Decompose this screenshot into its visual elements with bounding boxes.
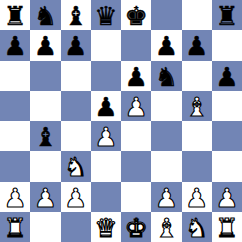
square-b4[interactable]: ♝ xyxy=(30,121,60,151)
square-f8[interactable] xyxy=(151,0,181,30)
square-d7[interactable] xyxy=(91,30,121,60)
square-b1[interactable] xyxy=(30,212,60,242)
white-pawn-d4: ♟ xyxy=(94,122,117,152)
white-pawn-h2: ♟ xyxy=(215,182,238,212)
white-rook-a1: ♜ xyxy=(3,212,26,242)
square-h4[interactable] xyxy=(212,121,242,151)
square-e3[interactable] xyxy=(121,151,151,181)
square-g7[interactable]: ♟ xyxy=(182,30,212,60)
square-f7[interactable]: ♟ xyxy=(151,30,181,60)
black-pawn-h6: ♟ xyxy=(215,61,238,91)
square-f1[interactable]: ♝ xyxy=(151,212,181,242)
square-c4[interactable] xyxy=(61,121,91,151)
white-pawn-b2: ♟ xyxy=(34,182,57,212)
black-bishop-c8: ♝ xyxy=(64,1,87,31)
square-d2[interactable] xyxy=(91,182,121,212)
square-b8[interactable]: ♞ xyxy=(30,0,60,30)
black-pawn-f7: ♟ xyxy=(155,31,178,61)
square-h5[interactable] xyxy=(212,91,242,121)
square-c2[interactable]: ♟ xyxy=(61,182,91,212)
square-f4[interactable] xyxy=(151,121,181,151)
chess-board: ♜♞♝♛♚♜♟♟♟♟♟♟♞♟♟♟♝♝♟♞♟♟♟♟♟♟♜♛♚♝♞♜ xyxy=(0,0,242,242)
square-f3[interactable] xyxy=(151,151,181,181)
black-pawn-c7: ♟ xyxy=(64,31,87,61)
square-h6[interactable]: ♟ xyxy=(212,61,242,91)
square-d3[interactable] xyxy=(91,151,121,181)
square-g1[interactable]: ♞ xyxy=(182,212,212,242)
square-a6[interactable] xyxy=(0,61,30,91)
white-bishop-g5: ♝ xyxy=(185,91,208,121)
black-bishop-b4: ♝ xyxy=(34,122,57,152)
square-a2[interactable]: ♟ xyxy=(0,182,30,212)
black-pawn-d5: ♟ xyxy=(94,91,117,121)
square-c6[interactable] xyxy=(61,61,91,91)
square-e2[interactable] xyxy=(121,182,151,212)
white-queen-d1: ♛ xyxy=(94,212,117,242)
black-knight-b8: ♞ xyxy=(34,1,57,31)
square-e8[interactable]: ♚ xyxy=(121,0,151,30)
white-pawn-a2: ♟ xyxy=(3,182,26,212)
black-knight-f6: ♞ xyxy=(155,61,178,91)
square-g8[interactable] xyxy=(182,0,212,30)
white-knight-c3: ♞ xyxy=(64,152,87,182)
square-f6[interactable]: ♞ xyxy=(151,61,181,91)
white-rook-h1: ♜ xyxy=(215,212,238,242)
white-king-e1: ♚ xyxy=(124,212,147,242)
white-pawn-f2: ♟ xyxy=(155,182,178,212)
square-e5[interactable]: ♟ xyxy=(121,91,151,121)
square-c7[interactable]: ♟ xyxy=(61,30,91,60)
black-queen-d8: ♛ xyxy=(94,1,117,31)
black-pawn-g7: ♟ xyxy=(185,31,208,61)
square-e7[interactable] xyxy=(121,30,151,60)
black-rook-h8: ♜ xyxy=(215,1,238,31)
white-knight-g1: ♞ xyxy=(185,212,208,242)
square-a5[interactable] xyxy=(0,91,30,121)
white-pawn-e5: ♟ xyxy=(124,91,147,121)
square-h8[interactable]: ♜ xyxy=(212,0,242,30)
black-king-e8: ♚ xyxy=(124,1,147,31)
square-b5[interactable] xyxy=(30,91,60,121)
square-e4[interactable] xyxy=(121,121,151,151)
square-f5[interactable] xyxy=(151,91,181,121)
black-pawn-e6: ♟ xyxy=(124,61,147,91)
square-g6[interactable] xyxy=(182,61,212,91)
square-h7[interactable] xyxy=(212,30,242,60)
square-d8[interactable]: ♛ xyxy=(91,0,121,30)
black-rook-a8: ♜ xyxy=(3,1,26,31)
square-d6[interactable] xyxy=(91,61,121,91)
square-b6[interactable] xyxy=(30,61,60,91)
square-e1[interactable]: ♚ xyxy=(121,212,151,242)
square-b3[interactable] xyxy=(30,151,60,181)
square-c1[interactable] xyxy=(61,212,91,242)
square-d1[interactable]: ♛ xyxy=(91,212,121,242)
square-g4[interactable] xyxy=(182,121,212,151)
square-d5[interactable]: ♟ xyxy=(91,91,121,121)
square-h3[interactable] xyxy=(212,151,242,181)
square-a4[interactable] xyxy=(0,121,30,151)
square-g2[interactable]: ♟ xyxy=(182,182,212,212)
square-d4[interactable]: ♟ xyxy=(91,121,121,151)
square-c8[interactable]: ♝ xyxy=(61,0,91,30)
square-f2[interactable]: ♟ xyxy=(151,182,181,212)
square-e6[interactable]: ♟ xyxy=(121,61,151,91)
white-bishop-f1: ♝ xyxy=(155,212,178,242)
square-a3[interactable] xyxy=(0,151,30,181)
square-h2[interactable]: ♟ xyxy=(212,182,242,212)
white-pawn-g2: ♟ xyxy=(185,182,208,212)
square-b2[interactable]: ♟ xyxy=(30,182,60,212)
square-a8[interactable]: ♜ xyxy=(0,0,30,30)
square-h1[interactable]: ♜ xyxy=(212,212,242,242)
black-pawn-a7: ♟ xyxy=(3,31,26,61)
white-pawn-c2: ♟ xyxy=(64,182,87,212)
square-b7[interactable]: ♟ xyxy=(30,30,60,60)
square-a7[interactable]: ♟ xyxy=(0,30,30,60)
square-a1[interactable]: ♜ xyxy=(0,212,30,242)
square-c5[interactable] xyxy=(61,91,91,121)
square-g5[interactable]: ♝ xyxy=(182,91,212,121)
square-c3[interactable]: ♞ xyxy=(61,151,91,181)
black-pawn-b7: ♟ xyxy=(34,31,57,61)
square-g3[interactable] xyxy=(182,151,212,181)
